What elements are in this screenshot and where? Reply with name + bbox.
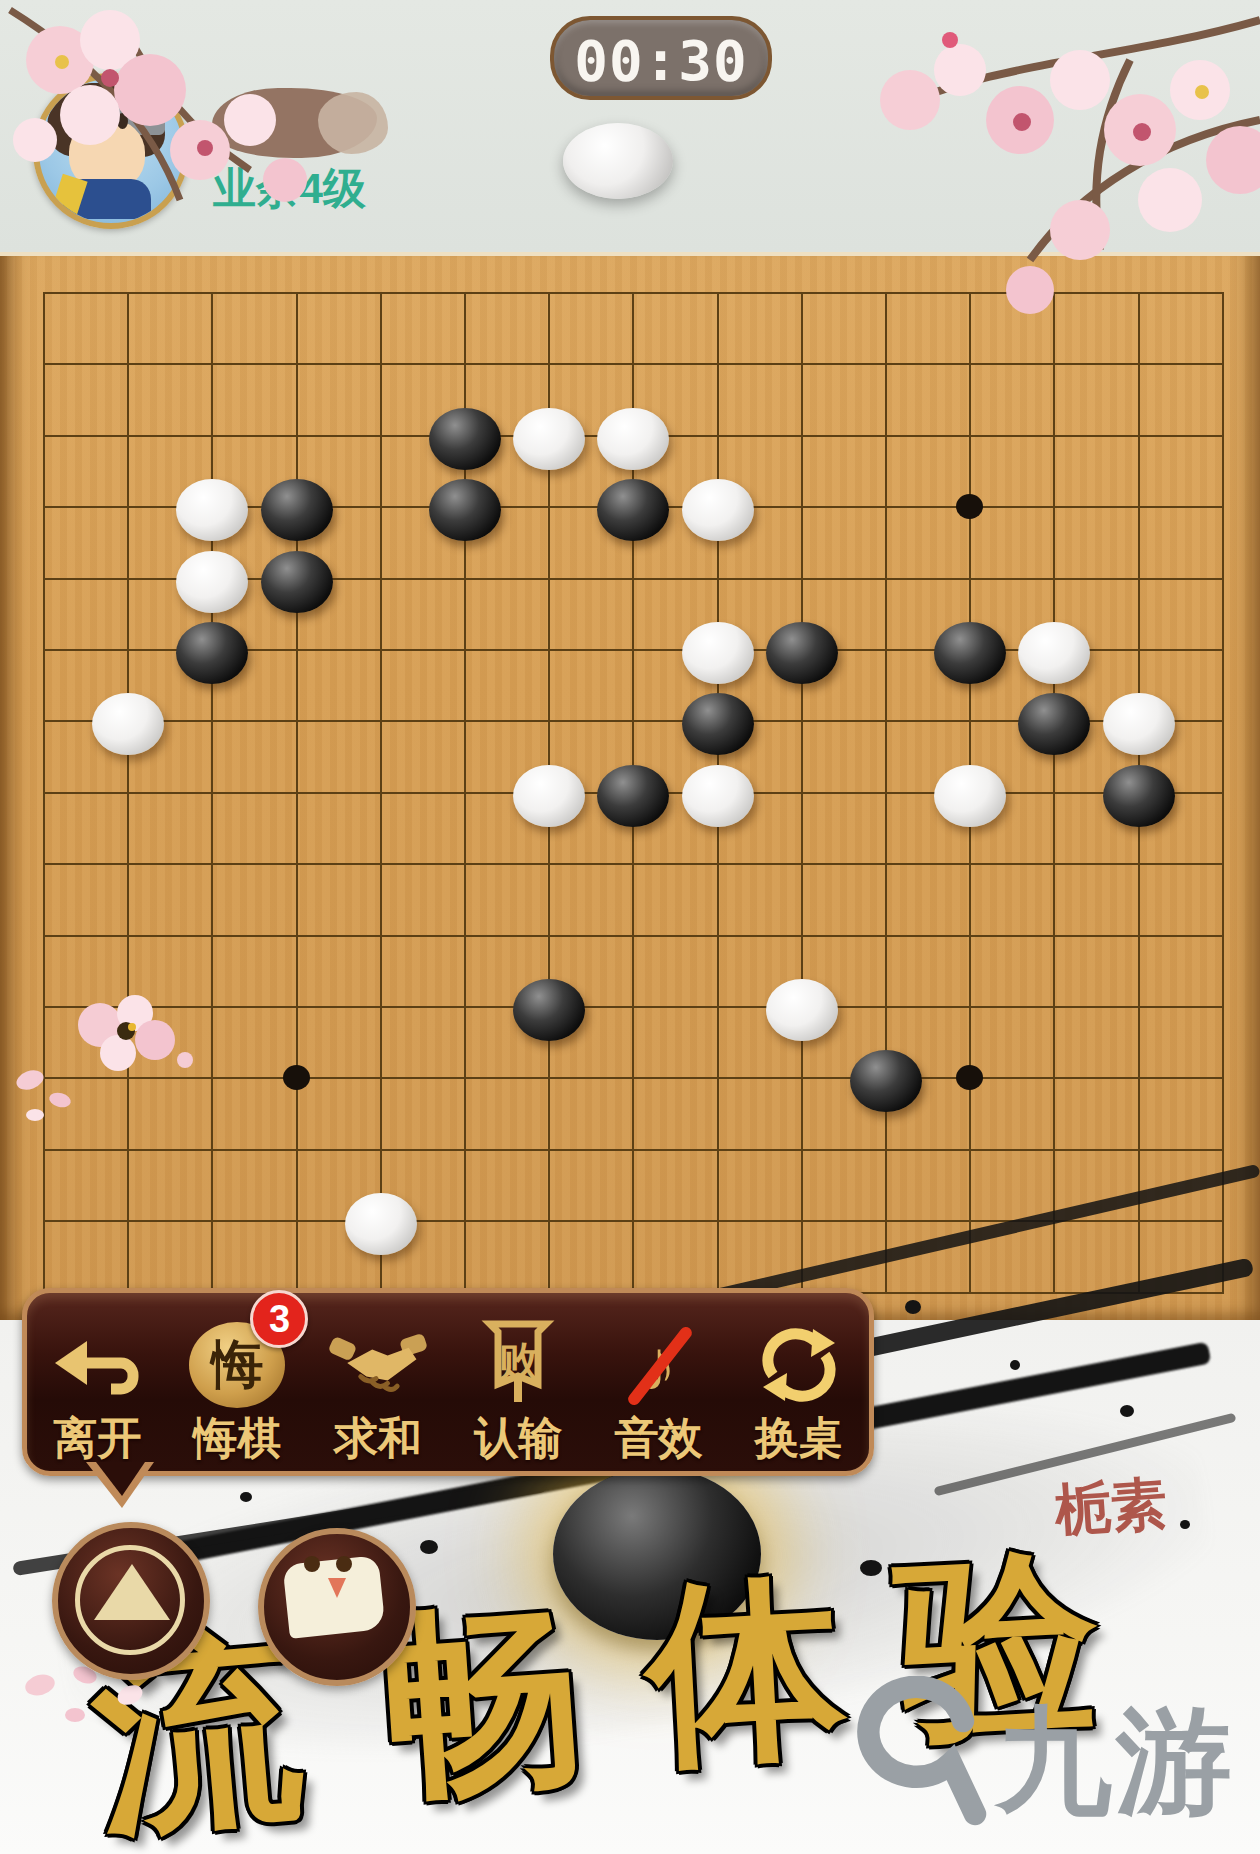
calligraphy-char: 体 [641, 1535, 851, 1810]
ink-splatter [860, 1560, 882, 1576]
refresh-arrows-icon [749, 1324, 849, 1406]
muted-note-icon: ♪ [608, 1324, 708, 1406]
emote-chat-button[interactable] [258, 1528, 416, 1686]
handshake-icon [328, 1324, 428, 1406]
leave-button[interactable]: 离开 [32, 1302, 162, 1462]
ink-splatter [905, 1300, 921, 1314]
resign-button[interactable]: 败 认输 [453, 1302, 583, 1462]
gomoku-board[interactable] [0, 252, 1260, 1320]
resign-label: 认输 [474, 1414, 562, 1462]
ink-splatter [420, 1540, 438, 1554]
ink-splatter [240, 1492, 252, 1502]
artist-signature: 栀素 [1052, 1466, 1169, 1550]
sound-label: 音效 [614, 1414, 702, 1462]
cherry-blossom-top-right [700, 0, 1260, 320]
change-table-label: 换桌 [755, 1414, 843, 1462]
leave-label: 离开 [53, 1414, 141, 1462]
undo-count-badge: 3 [250, 1290, 308, 1348]
return-arrow-icon [47, 1324, 147, 1406]
draw-label: 求和 [334, 1414, 422, 1462]
change-table-button[interactable]: 换桌 [734, 1302, 864, 1462]
up-arrow-icon [94, 1564, 170, 1620]
collapse-menu-button[interactable] [52, 1522, 210, 1680]
turn-indicator-white-stone [563, 123, 673, 199]
undo-icon-glyph: 悔 [211, 1330, 263, 1400]
defeat-banner-icon: 败 [468, 1324, 568, 1406]
9game-logo-glyph [846, 1676, 996, 1826]
undo-button[interactable]: 悔 3 悔棋 [172, 1302, 302, 1462]
ink-splatter [1120, 1405, 1134, 1417]
owl-beak-icon [328, 1578, 346, 1598]
app-screen: 业余4级 00:30 [0, 0, 1260, 1854]
9game-logo-text: 九游 [996, 1684, 1236, 1840]
9game-logo: 九游 [846, 1676, 1246, 1836]
owl-eye-icon [304, 1556, 320, 1572]
cherry-blossom-top-left [0, 0, 360, 260]
undo-label: 悔棋 [193, 1414, 281, 1462]
draw-button[interactable]: 求和 [313, 1302, 443, 1462]
petal-scatter [10, 1060, 90, 1130]
ink-splatter [1180, 1520, 1190, 1529]
game-toolbar: 离开 悔 3 悔棋 求和 [22, 1288, 874, 1476]
ink-splatter [1010, 1360, 1020, 1370]
resign-icon-glyph: 败 [498, 1334, 538, 1389]
sound-button[interactable]: ♪ 音效 [593, 1302, 723, 1462]
owl-eye-icon [336, 1556, 352, 1572]
toolbar-bubble-tail [96, 1462, 145, 1496]
